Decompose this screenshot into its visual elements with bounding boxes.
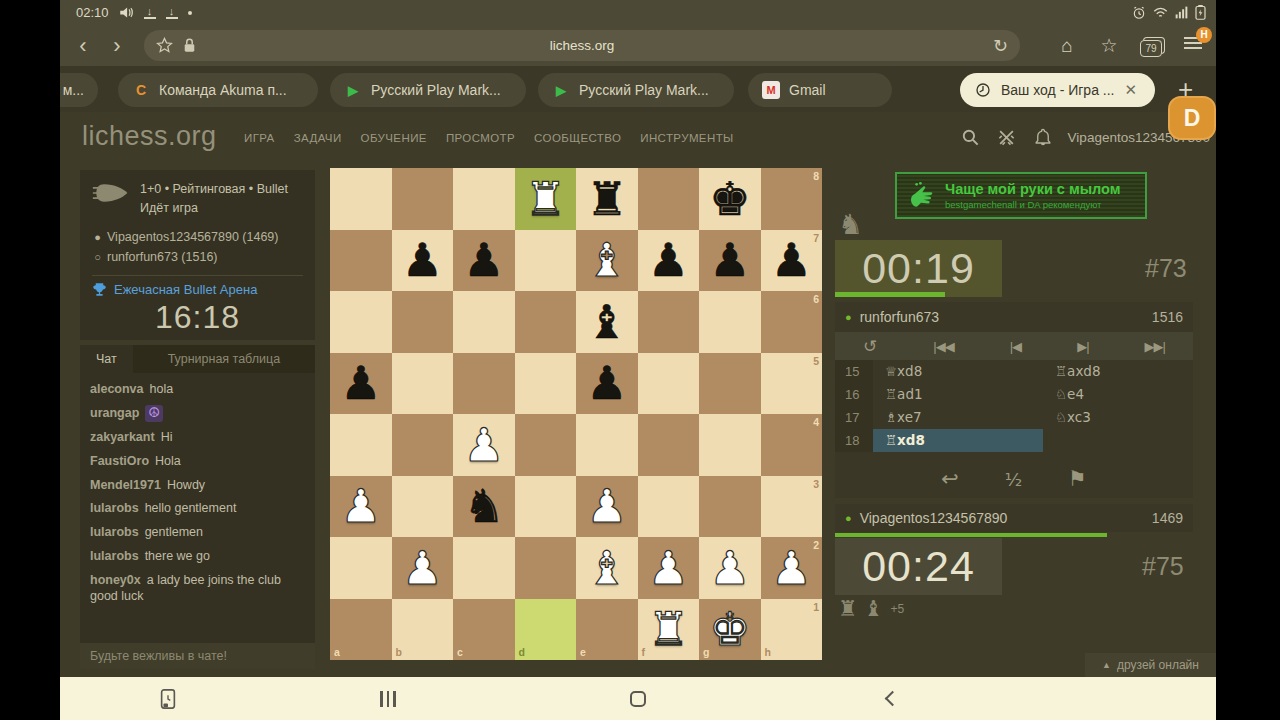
square-h2[interactable]: ♟2 [761,537,823,599]
screen: 02:10 ↓ ↓ ‹ › lichess.org ↻ ⌂ [0,0,1280,720]
tournament-name[interactable]: Ежечасная Bullet Арена [114,282,257,297]
flip-board-button[interactable]: ↺ [863,336,877,357]
square-g6[interactable] [699,291,761,353]
resign-flag-button[interactable]: ⚑ [1068,467,1087,491]
chat-input[interactable]: Будьте вежливы в чате! [80,643,315,669]
square-e6[interactable]: ♝ [576,291,638,353]
square-d7[interactable] [515,230,577,292]
wifi-icon [1153,6,1168,19]
piece-white-pawn: ♟ [638,537,700,599]
square-g1[interactable]: ♚g [699,599,761,661]
opponent-row[interactable]: ● runforfun673 1516 [835,302,1193,332]
back-button-android[interactable] [872,677,912,720]
nav-item-просмотр[interactable]: ПРОСМОТР [446,132,515,144]
chat-message: aleconvahola [90,381,305,397]
square-d4[interactable] [515,414,577,476]
coord-file-c: c [457,646,463,658]
wash-hands-icon [906,181,936,211]
peace-emoji: ☮ [145,405,163,422]
square-b1[interactable]: b [392,599,454,661]
forward-button[interactable]: › [100,33,134,59]
bell-icon[interactable] [1032,126,1054,148]
content-area: 02:10 ↓ ↓ ‹ › lichess.org ↻ ⌂ [60,0,1216,720]
browser-tab[interactable]: CКоманда Akuma п... [118,73,318,107]
chat-username[interactable]: honey0x [90,573,141,587]
notification-dot-icon [188,11,192,15]
close-tab-icon[interactable]: ✕ [1124,81,1137,99]
tab-title: Команда Akuma п... [159,82,287,98]
move-white[interactable]: ♕xd8 [873,360,1043,383]
browser-tab[interactable]: ▶Русский Play Mark... [330,73,526,107]
square-c5[interactable] [453,353,515,415]
square-e1[interactable]: e [576,599,638,661]
square-a7[interactable] [330,230,392,292]
player-clock: 00:24 [835,538,1002,595]
move-number: 18 [835,429,873,452]
play-store-icon: ▶ [552,81,570,99]
status-bar: 02:10 ↓ ↓ [60,0,1216,25]
coord-rank-1: 1 [813,601,819,613]
chat-username[interactable]: Mendel1971 [90,478,161,492]
clock-progress-bar [835,533,1107,537]
ad-title: Чаще мой руки с мылом [945,181,1120,198]
player-tournament-rank: #75 [1142,552,1184,581]
square-d3[interactable] [515,476,577,538]
chat-username[interactable]: lularobs [90,501,139,515]
chat-message: FaustiOroHola [90,453,305,469]
square-b3[interactable] [392,476,454,538]
coord-file-a: a [334,646,340,658]
trophy-icon [92,282,107,297]
android-nav-bar [60,677,1216,720]
square-f8[interactable] [638,168,700,230]
knight-icon: ♞ [838,208,863,241]
piece-white-pawn: ♟ [392,537,454,599]
menu-button[interactable]: H [1178,34,1208,57]
challenges-swords-icon[interactable] [996,126,1018,148]
coord-rank-5: 5 [813,355,819,367]
favorites-button[interactable]: ☆ [1094,34,1124,57]
menu-badge: H [1196,27,1212,43]
search-icon[interactable] [960,126,982,148]
square-c8[interactable] [453,168,515,230]
square-b6[interactable] [392,291,454,353]
square-f3[interactable] [638,476,700,538]
color-dot-icon: ● [92,229,103,247]
square-c4[interactable]: ♟ [453,414,515,476]
coord-file-d: d [519,646,525,658]
game-type: 1+0 • Рейтинговая • Bullet [140,180,288,199]
lock-icon [183,38,196,53]
coord-rank-4: 4 [813,416,819,428]
move-black[interactable]: ♖axd8 [1043,360,1193,383]
chat-message: lularobsgentlemen [90,524,305,540]
main-nav: ИГРАЗАДАЧИОБУЧЕНИЕПРОСМОТРСООБЩЕСТВОИНСТ… [244,132,734,144]
online-dot-icon: ● [845,311,852,323]
streamer-ad-banner[interactable]: Чаще мой руки с мылом bestgamechenall и … [895,172,1147,219]
move-white[interactable]: ♖xd8 [873,429,1043,452]
download-icon: ↓ [144,6,156,19]
piece-black-pawn: ♟ [576,353,638,415]
site-logo[interactable]: lichess.org [82,121,217,152]
gmail-icon: M [762,81,780,99]
square-b7[interactable]: ♟ [392,230,454,292]
player-rating: 1469 [1152,510,1183,526]
move-white[interactable]: ♖ad1 [873,383,1043,406]
game-meta-box: 1+0 • Рейтинговая • Bullet Идёт игра ●Vi… [80,170,315,340]
browser-tab[interactable]: м... [60,73,98,107]
chat-message: honey0xa lady bee joins the club good lu… [90,572,305,605]
speaker-icon [119,6,134,19]
tab-title: Русский Play Mark... [579,82,709,98]
standings-tab[interactable]: Турнирная таблица [133,345,315,373]
square-a8[interactable] [330,168,392,230]
piece-black-pawn: ♟ [453,230,515,292]
square-h6[interactable]: 6 [761,291,823,353]
browser-toolbar: ‹ › lichess.org ↻ ⌂ ☆ 79 H [60,25,1216,66]
browser-tab[interactable]: ▶Русский Play Mark... [538,73,734,107]
opponent-name[interactable]: runforfun673 [860,309,939,325]
first-move-button[interactable]: |◀◀ [933,339,953,354]
piece-white-bishop: ♝ [576,230,638,292]
tournament-clock: 16:18 [92,299,303,336]
piece-black-king: ♚ [699,168,761,230]
square-b4[interactable] [392,414,454,476]
square-f1[interactable]: ♜f [638,599,700,661]
chat-username[interactable]: zakyarkant [90,430,155,444]
screenshot-icon[interactable] [148,677,188,720]
square-d6[interactable] [515,291,577,353]
player-name[interactable]: Vipagentos1234567890 [860,510,1008,526]
tab-favicon: C [132,81,150,99]
bullet-icon [92,180,130,206]
move-black[interactable] [1043,429,1193,452]
next-move-button[interactable]: ▶| [1077,339,1088,354]
square-f2[interactable]: ♟ [638,537,700,599]
coord-rank-6: 6 [813,293,819,305]
piece-white-rook: ♜ [638,599,700,661]
friends-online-bar[interactable]: ▲ друзей онлайн [1085,653,1216,677]
piece-white-pawn: ♟ [699,537,761,599]
square-g3[interactable] [699,476,761,538]
nav-item-задачи[interactable]: ЗАДАЧИ [294,132,342,144]
opponent-clock: 00:19 [835,240,1002,297]
meta-player: ●Vipagentos1234567890 (1469) [92,227,303,247]
square-d5[interactable] [515,353,577,415]
square-c7[interactable]: ♟ [453,230,515,292]
status-time: 02:10 [76,5,109,20]
move-number: 15 [835,360,873,383]
chat-username[interactable]: lularobs [90,525,139,539]
piece-black-pawn: ♟ [392,230,454,292]
square-e4[interactable] [576,414,638,476]
move-number: 17 [835,406,873,429]
chat-box: Чат Турнирная таблица aleconvaholauranga… [80,345,315,669]
online-dot-icon: ● [845,512,852,524]
square-f6[interactable] [638,291,700,353]
square-g8[interactable]: ♚ [699,168,761,230]
home-button[interactable]: ⌂ [1052,35,1082,57]
tabs-button[interactable]: 79 [1136,35,1166,57]
floating-overlay-button[interactable]: D [1168,96,1216,140]
nav-item-сообщество[interactable]: СООБЩЕСТВО [534,132,621,144]
piece-white-rook: ♜ [515,168,577,230]
play-store-icon: ▶ [344,81,362,99]
opponent-rating: 1516 [1152,309,1183,325]
square-a2[interactable] [330,537,392,599]
square-h5[interactable]: 5 [761,353,823,415]
piece-black-pawn: ♟ [699,230,761,292]
square-g7[interactable]: ♟ [699,230,761,292]
opponent-tournament-rank: #73 [1145,254,1187,283]
piece-black-rook: ♜ [576,168,638,230]
square-f7[interactable]: ♟ [638,230,700,292]
square-c1[interactable]: c [453,599,515,661]
square-h4[interactable]: 4 [761,414,823,476]
coord-file-e: e [580,646,586,658]
game-status: Идёт игра [140,199,288,218]
chat-message: lularobshello gentlement [90,500,305,516]
square-c3[interactable]: ♞ [453,476,515,538]
square-c6[interactable] [453,291,515,353]
chat-message: Mendel1971Howdy [90,477,305,493]
square-f5[interactable] [638,353,700,415]
square-d8[interactable]: ♜ [515,168,577,230]
square-a3[interactable]: ♟ [330,476,392,538]
tab-count: 79 [1140,40,1162,57]
square-d1[interactable]: d [515,599,577,661]
square-e2[interactable]: ♝ [576,537,638,599]
url-bar[interactable]: lichess.org ↻ [144,30,1020,61]
square-a4[interactable] [330,414,392,476]
chess-board: ♜♜♚8♟♟♝♟♟♟7♝6♟♟5♟4♟♞♟3♟♝♟♟♟2abcde♜f♚gh1 [330,168,822,660]
coord-rank-2: 2 [813,539,819,551]
clock-progress-bar [835,292,945,297]
piece-white-pawn: ♟ [330,476,392,538]
piece-white-pawn: ♟ [453,414,515,476]
color-dot-icon: ○ [92,249,103,267]
tab-title: Ваш ход - Игра ... [1001,82,1114,98]
piece-black-pawn: ♟ [330,353,392,415]
meta-player: ○runforfun673 (1516) [92,247,303,267]
url-text[interactable]: lichess.org [144,38,1020,53]
clock-favicon-icon [974,81,992,99]
draw-offer-button[interactable]: ½ [1005,469,1022,490]
nav-item-обучение[interactable]: ОБУЧЕНИЕ [361,132,427,144]
piece-black-knight: ♞ [453,476,515,538]
square-a1[interactable]: a [330,599,392,661]
chat-message: urangap☮ [90,405,305,422]
square-h1[interactable]: h1 [761,599,823,661]
chat-message: lularobsthere we go [90,548,305,564]
browser-tab[interactable]: Ваш ход - Игра ...✕ [960,73,1155,107]
chat-username[interactable]: urangap [90,406,139,420]
download-icon: ↓ [166,6,178,19]
square-b2[interactable]: ♟ [392,537,454,599]
chevron-up-icon: ▲ [1102,660,1111,670]
coord-rank-3: 3 [813,478,819,490]
square-f4[interactable] [638,414,700,476]
reload-button[interactable]: ↻ [993,35,1008,57]
square-e5[interactable]: ♟ [576,353,638,415]
square-c2[interactable] [453,537,515,599]
move-number: 16 [835,383,873,406]
chat-username[interactable]: aleconva [90,382,144,396]
piece-white-bishop: ♝ [576,537,638,599]
captured-pieces: ♜ ♝ +5 [838,596,904,622]
piece-black-pawn: ♟ [638,230,700,292]
square-e3[interactable]: ♟ [576,476,638,538]
coord-rank-8: 8 [813,170,819,182]
coord-file-b: b [396,646,402,658]
piece-white-pawn: ♟ [576,476,638,538]
square-e7[interactable]: ♝ [576,230,638,292]
square-h3[interactable]: 3 [761,476,823,538]
chat-username[interactable]: FaustiOro [90,454,149,468]
nav-item-инструменты[interactable]: ИНСТРУМЕНТЫ [640,132,733,144]
tab-title: м... [63,82,84,98]
last-move-button[interactable]: ▶▶| [1145,339,1165,354]
browser-tab[interactable]: MGmail [748,73,892,107]
tab-title: Русский Play Mark... [371,82,501,98]
square-a5[interactable]: ♟ [330,353,392,415]
coord-file-g: g [703,646,709,658]
square-b8[interactable] [392,168,454,230]
move-controls: ↺ |◀◀ |◀ ▶| ▶▶| [835,332,1193,360]
square-d2[interactable] [515,537,577,599]
material-advantage: +5 [891,602,905,616]
move-black[interactable]: ♘xc3 [1043,406,1193,429]
nav-item-игра[interactable]: ИГРА [244,132,275,144]
browser-tab-row: м...CКоманда Akuma п...▶Русский Play Mar… [60,66,1216,112]
chat-tab[interactable]: Чат [80,345,133,373]
square-b5[interactable] [392,353,454,415]
back-button[interactable]: ‹ [66,33,100,59]
piece-black-bishop: ♝ [576,291,638,353]
coord-rank-7: 7 [813,232,819,244]
ad-subtitle: bestgamechenall и DA рекомендуют [945,199,1120,210]
bookmark-star-icon[interactable] [156,37,173,54]
prev-move-button[interactable]: |◀ [1010,339,1021,354]
square-h8[interactable]: 8 [761,168,823,230]
move-black[interactable]: ♘e4 [1043,383,1193,406]
square-e8[interactable]: ♜ [576,168,638,230]
lichess-page: lichess.org ИГРАЗАДАЧИОБУЧЕНИЕПРОСМОТРСО… [60,112,1216,677]
player-panel: ● Vipagentos1234567890 1469 [835,504,1193,532]
square-g5[interactable] [699,353,761,415]
move-white[interactable]: ♗xe7 [873,406,1043,429]
square-g4[interactable] [699,414,761,476]
alarm-icon [1132,6,1146,20]
coord-file-f: f [642,646,646,658]
takeback-button[interactable]: ↩ [941,467,959,491]
tab-title: Gmail [789,82,826,98]
game-actions: ↩ ½ ⚑ [835,460,1193,498]
square-a6[interactable] [330,291,392,353]
square-h7[interactable]: ♟7 [761,230,823,292]
home-button-android[interactable] [618,677,658,720]
battery-icon [1195,5,1206,20]
square-g2[interactable]: ♟ [699,537,761,599]
recents-button[interactable] [368,677,408,720]
chat-username[interactable]: lularobs [90,549,139,563]
signal-icon [1175,6,1188,19]
tournament-link[interactable]: Ежечасная Bullet Арена [92,282,303,297]
coord-file-h: h [765,646,771,658]
chat-message: zakyarkantHi [90,429,305,445]
